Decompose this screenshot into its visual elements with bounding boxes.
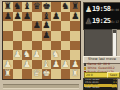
square-h5[interactable]	[70, 31, 80, 41]
square-g2[interactable]: ♟	[61, 60, 71, 70]
moves-list-area[interactable]	[84, 29, 113, 57]
white-piece-r-a1[interactable]: ♜	[3, 69, 13, 79]
black-clock-time: 19:25	[92, 17, 111, 25]
white-piece-p-c2[interactable]: ♟	[22, 60, 32, 70]
square-b8[interactable]: ♞	[13, 2, 23, 12]
black-clock-subtime: 03:37	[110, 20, 119, 24]
white-clock-time: 19:58	[92, 5, 111, 13]
white-piece-p-g2[interactable]: ♟	[61, 60, 71, 70]
square-f2[interactable]: ♟	[51, 60, 61, 70]
square-d2[interactable]	[32, 60, 42, 70]
black-piece-p-f7[interactable]: ♟	[51, 12, 61, 22]
square-g6[interactable]	[61, 21, 71, 31]
square-g8[interactable]: ♞	[61, 2, 71, 12]
black-piece-n-b8[interactable]: ♞	[13, 2, 23, 12]
square-b3[interactable]: ♟	[13, 50, 23, 60]
square-d1[interactable]: ♛	[32, 69, 42, 79]
seek-list: 1493 Guest5 01520 Anon3 01611 Gast15 011…	[83, 78, 119, 90]
chess-client-window: ♜♞♝♛♚♞♜♟♟♟♝♟♟♟♟♟♟♞♟♞♟♟♝♟♟♟♜♛♚♜ ♟ 19:58 0…	[0, 0, 120, 90]
black-piece-n-g8[interactable]: ♞	[61, 2, 71, 12]
white-pawn-icon: ♟	[85, 5, 91, 14]
square-e8[interactable]: ♚	[42, 2, 52, 12]
square-c4[interactable]	[22, 41, 32, 51]
square-d3[interactable]: ♟	[32, 50, 42, 60]
square-h3[interactable]	[70, 50, 80, 60]
square-e6[interactable]: ♟	[42, 21, 52, 31]
square-e7[interactable]: ♝	[42, 12, 52, 22]
white-piece-k-e1[interactable]: ♚	[42, 69, 52, 79]
black-piece-b-e7[interactable]: ♝	[42, 12, 52, 22]
square-h7[interactable]: ♟	[70, 12, 80, 22]
white-piece-q-d1[interactable]: ♛	[32, 69, 42, 79]
white-piece-n-c3[interactable]: ♞	[22, 50, 32, 60]
black-piece-r-a8[interactable]: ♜	[3, 2, 13, 12]
square-e1[interactable]: ♚	[42, 69, 52, 79]
black-piece-b-c8[interactable]: ♝	[22, 2, 32, 12]
black-piece-p-e5[interactable]: ♟	[42, 31, 52, 41]
square-d6[interactable]: ♟	[32, 21, 42, 31]
square-c1[interactable]	[22, 69, 32, 79]
square-b5[interactable]	[13, 31, 23, 41]
square-g3[interactable]	[61, 50, 71, 60]
seek-list-scrollbar[interactable]	[117, 78, 120, 90]
square-h4[interactable]	[70, 41, 80, 51]
white-piece-p-h2[interactable]: ♟	[70, 60, 80, 70]
square-a4[interactable]	[3, 41, 13, 51]
square-h1[interactable]: ♜	[70, 69, 80, 79]
square-h2[interactable]: ♟	[70, 60, 80, 70]
white-piece-p-b3[interactable]: ♟	[13, 50, 23, 60]
square-f4[interactable]	[51, 41, 61, 51]
square-e5[interactable]: ♟	[42, 31, 52, 41]
square-c5[interactable]	[22, 31, 32, 41]
square-h8[interactable]: ♜	[70, 2, 80, 12]
board-status-strip	[3, 84, 79, 89]
white-piece-p-a2[interactable]: ♟	[3, 60, 13, 70]
square-b1[interactable]	[13, 69, 23, 79]
square-b7[interactable]: ♟	[13, 12, 23, 22]
black-piece-k-e8[interactable]: ♚	[42, 2, 52, 12]
square-a6[interactable]	[3, 21, 13, 31]
square-b4[interactable]	[13, 41, 23, 51]
square-h6[interactable]	[70, 21, 80, 31]
black-piece-p-h7[interactable]: ♟	[70, 12, 80, 22]
square-g5[interactable]	[61, 31, 71, 41]
white-piece-b-e2[interactable]: ♝	[42, 60, 52, 70]
black-piece-r-h8[interactable]: ♜	[70, 2, 80, 12]
square-c2[interactable]: ♟	[22, 60, 32, 70]
square-e3[interactable]	[42, 50, 52, 60]
black-piece-p-d6[interactable]: ♟	[32, 21, 42, 31]
square-c8[interactable]: ♝	[22, 2, 32, 12]
square-f8[interactable]	[51, 2, 61, 12]
square-a7[interactable]: ♟	[3, 12, 13, 22]
chess-board: ♜♞♝♛♚♞♜♟♟♟♝♟♟♟♟♟♟♞♟♞♟♟♝♟♟♟♜♛♚♜	[2, 1, 81, 80]
square-g1[interactable]	[61, 69, 71, 79]
square-d5[interactable]	[32, 31, 42, 41]
square-a3[interactable]	[3, 50, 13, 60]
white-clock-subtime: 00:00	[110, 8, 119, 12]
square-d7[interactable]	[32, 12, 42, 22]
square-a2[interactable]: ♟	[3, 60, 13, 70]
square-b2[interactable]	[13, 60, 23, 70]
square-f7[interactable]: ♟	[51, 12, 61, 22]
square-f5[interactable]	[51, 31, 61, 41]
square-g4[interactable]	[61, 41, 71, 51]
square-a8[interactable]: ♜	[3, 2, 13, 12]
black-piece-p-c7[interactable]: ♟	[22, 12, 32, 22]
white-piece-p-d3[interactable]: ♟	[32, 50, 42, 60]
black-pawn-icon: ♟	[85, 17, 91, 26]
square-d8[interactable]: ♛	[32, 2, 42, 12]
square-e4[interactable]	[42, 41, 52, 51]
square-f3[interactable]: ♞	[51, 50, 61, 60]
clock-panel: ♟ 19:58 00:00 ♟ 19:25 03:37	[83, 2, 120, 30]
white-piece-p-f2[interactable]: ♟	[51, 60, 61, 70]
square-g7[interactable]	[61, 12, 71, 22]
white-clock-row: ♟ 19:58 00:00	[84, 3, 120, 15]
square-c6[interactable]	[22, 21, 32, 31]
black-piece-p-b7[interactable]: ♟	[13, 12, 23, 22]
black-piece-p-a7[interactable]: ♟	[3, 12, 13, 22]
black-piece-p-e6[interactable]: ♟	[42, 21, 52, 31]
square-f6[interactable]	[51, 21, 61, 31]
notice-bullet-icon	[84, 63, 86, 65]
square-b6[interactable]	[13, 21, 23, 31]
square-f1[interactable]	[51, 69, 61, 79]
black-piece-q-d8[interactable]: ♛	[32, 2, 42, 12]
square-c7[interactable]: ♟	[22, 12, 32, 22]
square-a5[interactable]	[3, 31, 13, 41]
black-clock-row: ♟ 19:25 03:37	[84, 15, 120, 27]
square-d4[interactable]	[32, 41, 42, 51]
square-a1[interactable]: ♜	[3, 69, 13, 79]
white-piece-r-h1[interactable]: ♜	[70, 69, 80, 79]
moves-scrollbar-thumb[interactable]	[113, 30, 116, 33]
square-c3[interactable]: ♞	[22, 50, 32, 60]
notice-bullet-icon	[84, 67, 86, 69]
moves-scrollbar[interactable]	[112, 29, 117, 57]
white-piece-n-f3[interactable]: ♞	[51, 50, 61, 60]
square-e2[interactable]: ♝	[42, 60, 52, 70]
